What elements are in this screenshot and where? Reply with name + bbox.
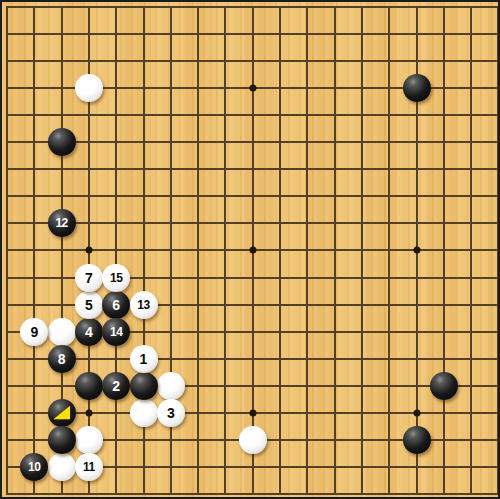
star-point bbox=[413, 247, 420, 254]
stone-white-c4r4[interactable] bbox=[75, 74, 103, 102]
move-11-stone-white-c4r18[interactable]: 11 bbox=[75, 453, 103, 481]
move-10-stone-black-c2r18[interactable]: 10 bbox=[20, 453, 48, 481]
grid-line-vertical bbox=[497, 6, 499, 495]
move-12-stone-black-c3r9[interactable]: 12 bbox=[48, 209, 76, 237]
move-14-stone-black-c5r13[interactable]: 14 bbox=[102, 318, 130, 346]
stone-black-c3r17[interactable] bbox=[48, 426, 76, 454]
move-2-stone-black-c5r15[interactable]: 2 bbox=[102, 372, 130, 400]
move-3-stone-white-c7r16[interactable]: 3 bbox=[157, 399, 185, 427]
star-point bbox=[249, 247, 256, 254]
stone-white-c4r17[interactable] bbox=[75, 426, 103, 454]
move-number-label: 12 bbox=[55, 217, 67, 229]
stone-white-c3r18[interactable] bbox=[48, 453, 76, 481]
move-number-label: 9 bbox=[30, 325, 38, 339]
stone-white-c7r15[interactable] bbox=[157, 372, 185, 400]
move-8-stone-black-c3r14[interactable]: 8 bbox=[48, 345, 76, 373]
stone-black-c3r6[interactable] bbox=[48, 128, 76, 156]
move-13-stone-white-c6r12[interactable]: 13 bbox=[130, 291, 158, 319]
grid-line-vertical bbox=[388, 6, 390, 495]
star-point bbox=[85, 409, 92, 416]
move-number-label: 14 bbox=[110, 326, 122, 338]
move-number-label: 11 bbox=[83, 461, 95, 473]
move-number-label: 8 bbox=[58, 352, 66, 366]
star-point bbox=[249, 409, 256, 416]
move-1-stone-white-c6r14[interactable]: 1 bbox=[130, 345, 158, 373]
stone-black-c6r15[interactable] bbox=[130, 372, 158, 400]
move-7-stone-white-c4r11[interactable]: 7 bbox=[75, 264, 103, 292]
move-number-label: 4 bbox=[85, 325, 93, 339]
move-number-label: 3 bbox=[167, 406, 175, 420]
grid-line-vertical bbox=[279, 6, 281, 495]
triangle-marker-icon bbox=[53, 405, 70, 419]
move-5-stone-white-c4r12[interactable]: 5 bbox=[75, 291, 103, 319]
grid-line-vertical bbox=[334, 6, 336, 495]
grid-line-horizontal bbox=[6, 493, 499, 495]
star-point bbox=[413, 409, 420, 416]
move-number-label: 2 bbox=[112, 379, 120, 393]
stone-black-c16r17[interactable] bbox=[403, 426, 431, 454]
stone-black-c4r15[interactable] bbox=[75, 372, 103, 400]
stone-black-c16r4[interactable] bbox=[403, 74, 431, 102]
grid-line-vertical bbox=[361, 6, 363, 495]
go-board[interactable]: 123456789101112131415 bbox=[0, 0, 500, 499]
move-15-stone-white-c5r11[interactable]: 15 bbox=[102, 264, 130, 292]
move-number-label: 5 bbox=[85, 298, 93, 312]
move-number-label: 1 bbox=[140, 352, 148, 366]
move-number-label: 6 bbox=[112, 298, 120, 312]
stone-black-c3r16[interactable] bbox=[48, 399, 76, 427]
move-number-label: 10 bbox=[28, 461, 40, 473]
grid-line-horizontal bbox=[6, 358, 499, 360]
grid-line-vertical bbox=[306, 6, 308, 495]
move-9-stone-white-c2r13[interactable]: 9 bbox=[20, 318, 48, 346]
star-point bbox=[249, 85, 256, 92]
move-number-label: 13 bbox=[137, 299, 149, 311]
star-point bbox=[85, 247, 92, 254]
stone-white-c3r13[interactable] bbox=[48, 318, 76, 346]
grid-line-vertical bbox=[443, 6, 445, 495]
grid-line-vertical bbox=[470, 6, 472, 495]
move-4-stone-black-c4r13[interactable]: 4 bbox=[75, 318, 103, 346]
move-number-label: 15 bbox=[110, 272, 122, 284]
stone-black-c17r15[interactable] bbox=[430, 372, 458, 400]
stone-white-c10r17[interactable] bbox=[239, 426, 267, 454]
move-number-label: 7 bbox=[85, 271, 93, 285]
stone-white-c6r16[interactable] bbox=[130, 399, 158, 427]
move-6-stone-black-c5r12[interactable]: 6 bbox=[102, 291, 130, 319]
